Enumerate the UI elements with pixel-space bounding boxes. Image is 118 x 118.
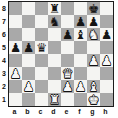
square-h2[interactable] bbox=[100, 80, 113, 93]
square-d4[interactable] bbox=[48, 54, 61, 67]
square-c7[interactable] bbox=[35, 15, 48, 28]
rank-label-3: 3 bbox=[0, 67, 8, 80]
square-a7[interactable] bbox=[9, 15, 22, 28]
rank-labels: 87654321 bbox=[0, 0, 8, 107]
square-f6[interactable]: ♝ bbox=[74, 28, 87, 41]
square-f5[interactable] bbox=[74, 41, 87, 54]
square-b2[interactable]: ♟ bbox=[22, 80, 35, 93]
square-h4[interactable]: ♟ bbox=[100, 54, 113, 67]
rank-label-6: 6 bbox=[0, 28, 8, 41]
square-h3[interactable] bbox=[100, 67, 113, 80]
square-a2[interactable] bbox=[9, 80, 22, 93]
file-label-b: b bbox=[21, 107, 34, 118]
square-h8[interactable] bbox=[100, 2, 113, 15]
file-label-g: g bbox=[86, 107, 99, 118]
white-pawn: ♟ bbox=[22, 80, 35, 93]
black-pawn: ♟ bbox=[22, 41, 35, 54]
rank-label-5: 5 bbox=[0, 41, 8, 54]
file-labels: abcdefgh bbox=[8, 107, 114, 118]
rank-label-7: 7 bbox=[0, 15, 8, 28]
white-rook: ♜ bbox=[48, 93, 61, 106]
square-e2[interactable]: ♟ bbox=[61, 80, 74, 93]
square-d3[interactable] bbox=[48, 67, 61, 80]
square-e1[interactable] bbox=[61, 93, 74, 106]
square-c3[interactable] bbox=[35, 67, 48, 80]
square-b5[interactable]: ♟ bbox=[22, 41, 35, 54]
rank-label-4: 4 bbox=[0, 54, 8, 67]
file-label-f: f bbox=[73, 107, 86, 118]
white-knight: ♞ bbox=[87, 28, 100, 41]
square-g4[interactable]: ♟ bbox=[87, 54, 100, 67]
black-pawn: ♟ bbox=[9, 41, 22, 54]
square-e5[interactable] bbox=[61, 41, 74, 54]
square-f2[interactable]: ♟ bbox=[74, 80, 87, 93]
square-f1[interactable] bbox=[74, 93, 87, 106]
square-f4[interactable] bbox=[74, 54, 87, 67]
square-b8[interactable] bbox=[22, 2, 35, 15]
rank-label-1: 1 bbox=[0, 93, 8, 106]
white-pawn: ♟ bbox=[61, 80, 74, 93]
square-b1[interactable] bbox=[22, 93, 35, 106]
rank-label-8: 8 bbox=[0, 2, 8, 15]
square-b4[interactable] bbox=[22, 54, 35, 67]
square-g6[interactable]: ♞ bbox=[87, 28, 100, 41]
square-e8[interactable] bbox=[61, 2, 74, 15]
square-c5[interactable]: ♛ bbox=[35, 41, 48, 54]
file-label-c: c bbox=[34, 107, 47, 118]
black-queen: ♛ bbox=[35, 41, 48, 54]
white-pawn: ♟ bbox=[87, 54, 100, 67]
white-pawn: ♟ bbox=[74, 80, 87, 93]
white-pawn: ♟ bbox=[9, 67, 22, 80]
square-d1[interactable]: ♜ bbox=[48, 93, 61, 106]
black-pawn: ♟ bbox=[61, 28, 74, 41]
chess-board: ♜♚♞♟♟♟♝♞♟♟♟♛♟♟♟♛♟♟♟♝♜♚ bbox=[8, 1, 114, 107]
file-label-d: d bbox=[47, 107, 60, 118]
square-g1[interactable]: ♚ bbox=[87, 93, 100, 106]
white-pawn: ♟ bbox=[100, 54, 113, 67]
black-pawn: ♟ bbox=[100, 28, 113, 41]
square-a3[interactable]: ♟ bbox=[9, 67, 22, 80]
square-a8[interactable] bbox=[9, 2, 22, 15]
square-b7[interactable] bbox=[22, 15, 35, 28]
square-d7[interactable]: ♞ bbox=[48, 15, 61, 28]
white-king: ♚ bbox=[87, 93, 100, 106]
square-d6[interactable] bbox=[48, 28, 61, 41]
square-d5[interactable] bbox=[48, 41, 61, 54]
file-label-h: h bbox=[99, 107, 112, 118]
square-c2[interactable] bbox=[35, 80, 48, 93]
black-knight: ♞ bbox=[48, 15, 61, 28]
square-h1[interactable] bbox=[100, 93, 113, 106]
square-e6[interactable]: ♟ bbox=[61, 28, 74, 41]
square-c1[interactable] bbox=[35, 93, 48, 106]
square-c4[interactable] bbox=[35, 54, 48, 67]
rank-label-2: 2 bbox=[0, 80, 8, 93]
file-label-a: a bbox=[8, 107, 21, 118]
square-c8[interactable] bbox=[35, 2, 48, 15]
chess-diagram: 87654321 ♜♚♞♟♟♟♝♞♟♟♟♛♟♟♟♛♟♟♟♝♜♚ abcdefgh bbox=[0, 0, 118, 118]
square-a5[interactable]: ♟ bbox=[9, 41, 22, 54]
square-a1[interactable] bbox=[9, 93, 22, 106]
square-h6[interactable]: ♟ bbox=[100, 28, 113, 41]
black-bishop: ♝ bbox=[74, 28, 87, 41]
file-label-e: e bbox=[60, 107, 73, 118]
